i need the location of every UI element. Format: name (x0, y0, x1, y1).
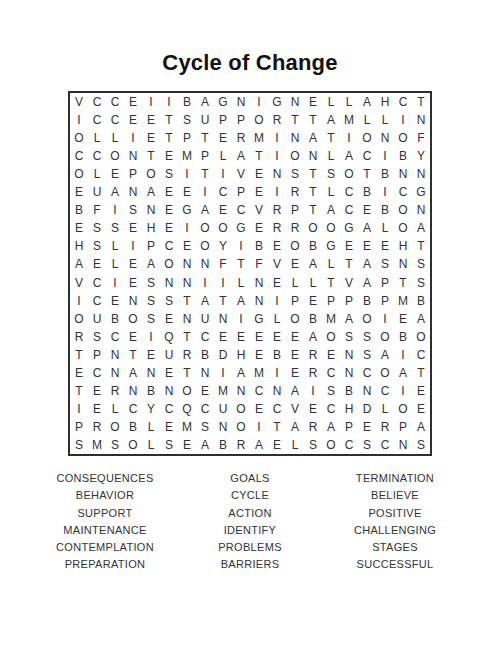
grid-cell-r14c4: E (124, 328, 142, 346)
grid-cell-r4c19: B (394, 147, 412, 165)
grid-cell-r12c10: A (232, 292, 250, 310)
grid-cell-r13c12: L (268, 310, 286, 328)
grid-cell-r8c18: L (376, 219, 394, 237)
grid-cell-r9c12: E (268, 237, 286, 255)
grid-cell-r20c17: S (358, 436, 376, 454)
grid-cell-r16c2: C (88, 364, 106, 382)
grid-cell-r14c19: B (394, 328, 412, 346)
grid-cell-r10c5: A (142, 255, 160, 273)
grid-cell-r5c10: V (232, 165, 250, 183)
grid-cell-r8c10: G (232, 219, 250, 237)
grid-cell-r10c15: L (322, 255, 340, 273)
grid-cell-r11c8: I (196, 273, 214, 291)
grid-cell-r19c10: O (232, 418, 250, 436)
grid-cell-r1c5: I (142, 93, 160, 111)
grid-cell-r20c19: N (394, 436, 412, 454)
grid-cell-r9c14: B (304, 237, 322, 255)
grid-cell-r7c19: O (394, 201, 412, 219)
grid-cell-r18c18: L (376, 400, 394, 418)
grid-cell-r11c1: V (70, 273, 88, 291)
grid-cell-r10c19: N (394, 255, 412, 273)
grid-cell-r9c7: E (178, 237, 196, 255)
puzzle-title: Cycle of Change (0, 50, 500, 76)
grid-cell-r13c18: I (376, 310, 394, 328)
grid-cell-r6c16: C (340, 183, 358, 201)
grid-cell-r16c3: N (106, 364, 124, 382)
word-support: SUPPORT (77, 505, 132, 522)
grid-cell-r13c9: N (214, 310, 232, 328)
grid-cell-r20c5: L (142, 436, 160, 454)
grid-cell-r11c3: I (106, 273, 124, 291)
grid-cell-r8c11: E (250, 219, 268, 237)
grid-cell-r7c9: E (214, 201, 232, 219)
grid-cell-r3c3: L (106, 129, 124, 147)
grid-cell-r4c17: C (358, 147, 376, 165)
grid-cell-r19c18: R (376, 418, 394, 436)
worksheet-page: Cycle of Change VCCEIIBAGNIGNELLAHCTICCE… (0, 0, 500, 647)
grid-cell-r1c18: H (376, 93, 394, 111)
grid-cell-r12c6: S (160, 292, 178, 310)
grid-cell-r5c5: O (142, 165, 160, 183)
grid-cell-r9c11: B (250, 237, 268, 255)
grid-cell-r13c7: N (178, 310, 196, 328)
grid-cell-r3c8: T (196, 129, 214, 147)
grid-cell-r7c3: I (106, 201, 124, 219)
grid-cell-r16c16: N (340, 364, 358, 382)
grid-cell-r17c4: N (124, 382, 142, 400)
grid-cell-r11c17: A (358, 273, 376, 291)
grid-cell-r6c13: R (286, 183, 304, 201)
grid-cell-r12c20: B (412, 292, 430, 310)
grid-cell-r8c12: R (268, 219, 286, 237)
word-stages: STAGES (372, 539, 418, 556)
grid-cell-r10c17: A (358, 255, 376, 273)
grid-cell-r17c10: N (232, 382, 250, 400)
grid-cell-r3c15: T (322, 129, 340, 147)
grid-cell-r5c7: I (178, 165, 196, 183)
grid-cell-r16c19: A (394, 364, 412, 382)
grid-cell-r2c4: E (124, 111, 142, 129)
grid-cell-r7c18: B (376, 201, 394, 219)
grid-cell-r16c17: C (358, 364, 376, 382)
grid-cell-r13c11: G (250, 310, 268, 328)
grid-cell-r17c15: S (322, 382, 340, 400)
grid-cell-r2c11: O (250, 111, 268, 129)
word-successful: SUCCESSFUL (357, 556, 434, 573)
grid-cell-r12c17: B (358, 292, 376, 310)
grid-cell-r20c11: A (250, 436, 268, 454)
grid-cell-r1c12: G (268, 93, 286, 111)
word-column-3: TERMINATIONBELIEVEPOSITIVECHALLENGINGSTA… (290, 470, 500, 574)
grid-cell-r19c14: R (304, 418, 322, 436)
grid-cell-r11c20: S (412, 273, 430, 291)
grid-cell-r12c8: A (196, 292, 214, 310)
grid-cell-r10c12: V (268, 255, 286, 273)
grid-cell-r15c15: E (322, 346, 340, 364)
grid-cell-r15c10: H (232, 346, 250, 364)
grid-cell-r9c13: O (286, 237, 304, 255)
grid-cell-r15c18: A (376, 346, 394, 364)
grid-cell-r1c1: V (70, 93, 88, 111)
grid-cell-r1c16: L (340, 93, 358, 111)
grid-cell-r16c20: T (412, 364, 430, 382)
grid-cell-r18c3: L (106, 400, 124, 418)
grid-cell-r8c6: E (160, 219, 178, 237)
word-goals: GOALS (230, 470, 269, 487)
grid-cell-r11c5: S (142, 273, 160, 291)
grid-cell-r12c19: M (394, 292, 412, 310)
grid-cell-r17c1: T (70, 382, 88, 400)
grid-cell-r6c12: I (268, 183, 286, 201)
grid-cell-r4c10: A (232, 147, 250, 165)
grid-cell-r14c1: R (70, 328, 88, 346)
grid-cell-r12c14: E (304, 292, 322, 310)
grid-cell-r2c12: R (268, 111, 286, 129)
grid-cell-r15c11: E (250, 346, 268, 364)
grid-cell-r9c17: E (358, 237, 376, 255)
grid-cell-r9c18: E (376, 237, 394, 255)
grid-cell-r5c3: E (106, 165, 124, 183)
grid-cell-r20c6: S (160, 436, 178, 454)
grid-cell-r2c17: L (358, 111, 376, 129)
grid-cell-r4c11: T (250, 147, 268, 165)
grid-cell-r14c2: S (88, 328, 106, 346)
grid-cell-r4c14: N (304, 147, 322, 165)
grid-cell-r4c1: C (70, 147, 88, 165)
word-cycle: CYCLE (231, 487, 269, 504)
letter-grid: VCCEIIBAGNIGNELLAHCTICCEETSUPPORTTAMLLIN… (68, 91, 432, 456)
grid-cell-r10c3: L (106, 255, 124, 273)
grid-cell-r13c3: B (106, 310, 124, 328)
grid-cell-r12c3: E (106, 292, 124, 310)
grid-cell-r10c4: E (124, 255, 142, 273)
grid-cell-r13c6: E (160, 310, 178, 328)
grid-cell-r4c13: O (286, 147, 304, 165)
grid-cell-r6c6: E (160, 183, 178, 201)
grid-cell-r13c5: S (142, 310, 160, 328)
grid-cell-r17c19: I (394, 382, 412, 400)
grid-cell-r13c17: O (358, 310, 376, 328)
grid-cell-r5c18: B (376, 165, 394, 183)
grid-cell-r6c18: I (376, 183, 394, 201)
word-behavior: BEHAVIOR (76, 487, 134, 504)
grid-cell-r19c3: O (106, 418, 124, 436)
grid-cell-r9c19: H (394, 237, 412, 255)
grid-cell-r5c9: I (214, 165, 232, 183)
grid-cell-r17c8: E (196, 382, 214, 400)
grid-cell-r3c17: O (358, 129, 376, 147)
grid-cell-r1c15: L (322, 93, 340, 111)
grid-cell-r19c13: A (286, 418, 304, 436)
grid-cell-r5c6: S (160, 165, 178, 183)
grid-cell-r13c10: I (232, 310, 250, 328)
grid-cell-r8c13: R (286, 219, 304, 237)
grid-cell-r1c3: C (106, 93, 124, 111)
grid-cell-r5c19: N (394, 165, 412, 183)
grid-cell-r11c10: L (232, 273, 250, 291)
grid-cell-r1c14: E (304, 93, 322, 111)
grid-cell-r16c12: I (268, 364, 286, 382)
grid-cell-r2c8: U (196, 111, 214, 129)
grid-cell-r13c1: O (70, 310, 88, 328)
grid-cell-r14c12: E (268, 328, 286, 346)
grid-cell-r5c13: S (286, 165, 304, 183)
grid-cell-r11c12: E (268, 273, 286, 291)
grid-cell-r18c7: Q (178, 400, 196, 418)
grid-cell-r17c20: E (412, 382, 430, 400)
grid-cell-r4c7: M (178, 147, 196, 165)
grid-cell-r18c13: V (286, 400, 304, 418)
grid-cell-r10c18: S (376, 255, 394, 273)
grid-cell-r10c13: E (286, 255, 304, 273)
grid-cell-r20c7: E (178, 436, 196, 454)
grid-cell-r9c9: Y (214, 237, 232, 255)
grid-cell-r16c13: E (286, 364, 304, 382)
grid-cell-r13c4: O (124, 310, 142, 328)
grid-cell-r3c4: I (124, 129, 142, 147)
grid-cell-r2c10: P (232, 111, 250, 129)
grid-cell-r16c9: I (214, 364, 232, 382)
grid-cell-r7c10: C (232, 201, 250, 219)
grid-cell-r19c11: I (250, 418, 268, 436)
grid-cell-r15c16: N (340, 346, 358, 364)
grid-cell-r19c4: B (124, 418, 142, 436)
grid-cell-r17c11: C (250, 382, 268, 400)
grid-cell-r8c19: O (394, 219, 412, 237)
grid-cell-r8c15: O (322, 219, 340, 237)
grid-cell-r8c3: S (106, 219, 124, 237)
grid-cell-r2c9: P (214, 111, 232, 129)
word-identify: IDENTIFY (224, 522, 277, 539)
grid-cell-r18c19: O (394, 400, 412, 418)
grid-cell-r12c9: T (214, 292, 232, 310)
grid-cell-r12c4: N (124, 292, 142, 310)
grid-cell-r18c16: H (340, 400, 358, 418)
grid-cell-r20c8: A (196, 436, 214, 454)
grid-cell-r19c19: P (394, 418, 412, 436)
grid-cell-r2c19: I (394, 111, 412, 129)
grid-cell-r9c1: H (70, 237, 88, 255)
grid-cell-r7c13: P (286, 201, 304, 219)
grid-cell-r14c13: E (286, 328, 304, 346)
grid-cell-r19c17: E (358, 418, 376, 436)
grid-cell-r4c12: I (268, 147, 286, 165)
grid-cell-r14c18: O (376, 328, 394, 346)
grid-cell-r11c6: N (160, 273, 178, 291)
grid-cell-r5c1: O (70, 165, 88, 183)
grid-cell-r1c13: N (286, 93, 304, 111)
grid-cell-r2c14: T (304, 111, 322, 129)
grid-cell-r8c16: G (340, 219, 358, 237)
grid-cell-r6c10: P (232, 183, 250, 201)
grid-cell-r2c2: C (88, 111, 106, 129)
grid-cell-r14c9: E (214, 328, 232, 346)
word-contemplation: CONTEMPLATION (56, 539, 154, 556)
grid-cell-r4c4: N (124, 147, 142, 165)
grid-cell-r6c1: E (70, 183, 88, 201)
grid-cell-r2c5: E (142, 111, 160, 129)
grid-cell-r18c4: C (124, 400, 142, 418)
grid-cell-r12c16: P (340, 292, 358, 310)
grid-cell-r17c16: B (340, 382, 358, 400)
grid-cell-r1c2: C (88, 93, 106, 111)
grid-cell-r3c6: T (160, 129, 178, 147)
grid-cell-r2c20: N (412, 111, 430, 129)
grid-cell-r15c4: T (124, 346, 142, 364)
grid-cell-r3c16: I (340, 129, 358, 147)
grid-cell-r20c12: E (268, 436, 286, 454)
grid-cell-r2c7: S (178, 111, 196, 129)
grid-cell-r9c5: P (142, 237, 160, 255)
grid-cell-r4c16: A (340, 147, 358, 165)
grid-cell-r5c12: N (268, 165, 286, 183)
grid-cell-r16c10: A (232, 364, 250, 382)
grid-cell-r16c8: N (196, 364, 214, 382)
grid-cell-r12c13: P (286, 292, 304, 310)
grid-cell-r8c2: S (88, 219, 106, 237)
grid-cell-r18c1: I (70, 400, 88, 418)
grid-cell-r20c3: S (106, 436, 124, 454)
grid-cell-r14c10: E (232, 328, 250, 346)
grid-cell-r19c6: E (160, 418, 178, 436)
grid-cell-r6c17: B (358, 183, 376, 201)
grid-cell-r14c7: T (178, 328, 196, 346)
grid-cell-r19c8: S (196, 418, 214, 436)
grid-cell-r10c10: T (232, 255, 250, 273)
grid-cell-r16c11: M (250, 364, 268, 382)
word-termination: TERMINATION (356, 470, 434, 487)
grid-cell-r12c11: N (250, 292, 268, 310)
grid-cell-r12c18: P (376, 292, 394, 310)
word-barriers: BARRIERS (221, 556, 280, 573)
grid-cell-r12c1: I (70, 292, 88, 310)
grid-cell-r7c2: F (88, 201, 106, 219)
grid-cell-r19c2: R (88, 418, 106, 436)
grid-cell-r11c14: L (304, 273, 322, 291)
grid-cell-r9c20: T (412, 237, 430, 255)
grid-cell-r1c4: E (124, 93, 142, 111)
grid-cell-r18c20: E (412, 400, 430, 418)
grid-cell-r9c4: I (124, 237, 142, 255)
word-challenging: CHALLENGING (354, 522, 436, 539)
grid-cell-r3c9: E (214, 129, 232, 147)
grid-cell-r5c4: P (124, 165, 142, 183)
grid-cell-r11c16: V (340, 273, 358, 291)
grid-cell-r7c4: S (124, 201, 142, 219)
grid-cell-r12c5: S (142, 292, 160, 310)
grid-cell-r13c20: A (412, 310, 430, 328)
grid-cell-r5c8: T (196, 165, 214, 183)
grid-cell-r2c18: L (376, 111, 394, 129)
grid-cell-r3c2: L (88, 129, 106, 147)
grid-cell-r6c9: C (214, 183, 232, 201)
grid-cell-r13c15: M (322, 310, 340, 328)
grid-cell-r5c14: T (304, 165, 322, 183)
grid-cell-r14c3: C (106, 328, 124, 346)
grid-cell-r15c12: B (268, 346, 286, 364)
grid-cell-r20c20: S (412, 436, 430, 454)
grid-cell-r20c9: B (214, 436, 232, 454)
grid-cell-r14c11: E (250, 328, 268, 346)
grid-cell-r10c9: F (214, 255, 232, 273)
grid-cell-r8c14: O (304, 219, 322, 237)
grid-cell-r3c12: I (268, 129, 286, 147)
grid-cell-r5c11: E (250, 165, 268, 183)
grid-cell-r4c5: T (142, 147, 160, 165)
grid-cell-r20c2: M (88, 436, 106, 454)
grid-cell-r20c13: L (286, 436, 304, 454)
grid-cell-r10c20: S (412, 255, 430, 273)
grid-cell-r7c15: A (322, 201, 340, 219)
grid-cell-r13c8: U (196, 310, 214, 328)
grid-cell-r19c9: N (214, 418, 232, 436)
word-consequences: CONSEQUENCES (56, 470, 153, 487)
grid-cell-r7c5: N (142, 201, 160, 219)
grid-cell-r16c4: A (124, 364, 142, 382)
grid-cell-r19c5: L (142, 418, 160, 436)
word-list: CONSEQUENCESBEHAVIORSUPPORTMAINTENANCECO… (0, 470, 500, 574)
grid-cell-r7c7: G (178, 201, 196, 219)
grid-cell-r10c2: E (88, 255, 106, 273)
grid-cell-r15c5: E (142, 346, 160, 364)
grid-cell-r14c14: A (304, 328, 322, 346)
grid-cell-r3c18: N (376, 129, 394, 147)
grid-cell-r20c15: O (322, 436, 340, 454)
grid-cell-r20c4: O (124, 436, 142, 454)
grid-cell-r1c7: B (178, 93, 196, 111)
grid-cell-r8c4: E (124, 219, 142, 237)
grid-cell-r18c5: Y (142, 400, 160, 418)
grid-cell-r1c11: I (250, 93, 268, 111)
grid-cell-r17c3: R (106, 382, 124, 400)
grid-cell-r4c6: E (160, 147, 178, 165)
word-column-1: CONSEQUENCESBEHAVIORSUPPORTMAINTENANCECO… (0, 470, 210, 574)
word-problems: PROBLEMS (218, 539, 282, 556)
grid-cell-r16c6: E (160, 364, 178, 382)
grid-cell-r16c18: O (376, 364, 394, 382)
grid-cell-r11c7: N (178, 273, 196, 291)
grid-cell-r14c16: S (340, 328, 358, 346)
grid-cell-r13c14: B (304, 310, 322, 328)
grid-cell-r15c19: I (394, 346, 412, 364)
grid-cell-r10c11: F (250, 255, 268, 273)
grid-cell-r6c14: T (304, 183, 322, 201)
grid-cell-r4c20: Y (412, 147, 430, 165)
grid-cell-r7c16: C (340, 201, 358, 219)
grid-cell-r5c15: S (322, 165, 340, 183)
grid-cell-r11c4: E (124, 273, 142, 291)
grid-cell-r16c7: T (178, 364, 196, 382)
grid-cell-r6c5: A (142, 183, 160, 201)
grid-cell-r3c13: N (286, 129, 304, 147)
grid-cell-r10c16: T (340, 255, 358, 273)
grid-cell-r7c12: R (268, 201, 286, 219)
grid-cell-r4c3: O (106, 147, 124, 165)
grid-cell-r17c5: B (142, 382, 160, 400)
grid-cell-r1c10: N (232, 93, 250, 111)
grid-cell-r9c8: O (196, 237, 214, 255)
grid-cell-r20c18: C (376, 436, 394, 454)
grid-cell-r2c1: I (70, 111, 88, 129)
grid-cell-r1c19: C (394, 93, 412, 111)
grid-cell-r12c12: I (268, 292, 286, 310)
word-believe: BELIEVE (371, 487, 419, 504)
grid-cell-r15c6: U (160, 346, 178, 364)
grid-cell-r11c2: C (88, 273, 106, 291)
word-preparation: PREPARATION (65, 556, 146, 573)
grid-cell-r14c8: C (196, 328, 214, 346)
grid-cell-r8c1: E (70, 219, 88, 237)
